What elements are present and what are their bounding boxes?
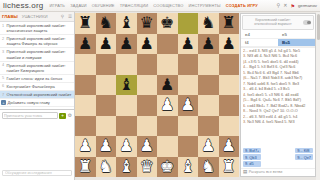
black-knight: ♞ — [198, 13, 219, 34]
variation-move-number: 3. — [243, 54, 246, 58]
move-row: e4e5 — [241, 31, 315, 39]
variation-line[interactable]: 3. Nc3 Nf6 4. fxe5 Nxe4 5. Nf3 — [243, 120, 313, 126]
square-f8[interactable] — [178, 13, 199, 34]
square-a8[interactable]: ♜ — [75, 13, 96, 34]
square-g4[interactable] — [198, 95, 219, 116]
square-d1[interactable]: ♛ — [137, 157, 158, 178]
list-icon: ▤ — [243, 170, 247, 175]
white-queen: ♛ — [137, 157, 158, 178]
nav-link-1[interactable]: Задачи — [70, 3, 87, 8]
square-b8[interactable]: ♞ — [96, 13, 117, 34]
chapter-list: 1Принятый королевский гамбит: классическ… — [0, 22, 74, 99]
variation-move-number: 7. — [243, 82, 246, 86]
chess-board[interactable]: ♜♞♝♛♚♞♜♟♟♟♟♟♟♟♝♟♟♟♟♟♟♟♟♟♜♞♝♛♚♝♞♜ — [75, 13, 239, 177]
chapter-title: Принятый королевский гамбит: классическа… — [7, 23, 73, 33]
square-b1[interactable]: ♞ — [96, 157, 117, 178]
move-white-1[interactable]: e4 — [241, 31, 278, 38]
black-pawn: ♟ — [137, 34, 158, 55]
variation-chip[interactable]: 9... Kf8 — [295, 148, 313, 154]
sidebar-tab-bar: Главы Участники ⚲ ☰ — [0, 12, 74, 22]
chapter-title: Контргамбит Фалькбеера — [7, 84, 55, 89]
white-king: ♚ — [157, 157, 178, 178]
toggle-knob — [307, 21, 311, 25]
square-f2[interactable] — [178, 136, 199, 157]
move-list: e4e5f4Bc5 — [241, 31, 315, 48]
scrollbar-thumb[interactable] — [317, 14, 320, 40]
white-pawn: ♟ — [198, 136, 219, 157]
black-queen: ♛ — [137, 13, 158, 34]
chapter-number: 2 — [1, 36, 5, 41]
variation-move-number: 5. — [243, 71, 246, 75]
chapter-row[interactable]: 7Отклонённый королевский гамбит — [0, 91, 74, 99]
add-chapter-label: Добавить новую главу — [8, 100, 50, 105]
black-rook: ♜ — [219, 13, 240, 34]
square-h7[interactable]: ♟ — [219, 34, 240, 55]
square-d7[interactable]: ♟ — [137, 34, 158, 55]
square-h6[interactable] — [219, 54, 240, 75]
variation-move-number: (6... — [243, 76, 250, 80]
invite-row: + ⚙ — [0, 110, 74, 121]
black-rook: ♜ — [75, 13, 96, 34]
search-icon[interactable]: ⚲ — [277, 3, 281, 8]
variation-move-number: (5... — [243, 98, 250, 102]
black-pawn: ♟ — [116, 34, 137, 55]
black-pawn: ♟ — [178, 34, 199, 55]
square-a5[interactable] — [75, 75, 96, 96]
square-g8[interactable]: ♞ — [198, 13, 219, 34]
chat-panel: + ⚙ — [0, 109, 74, 180]
chapter-row[interactable]: 3Принятый королевский гамбит: ошибки и л… — [0, 48, 74, 61]
square-b3[interactable] — [96, 116, 117, 137]
lichess-logo[interactable]: lichess.org — [3, 1, 43, 10]
square-d5[interactable] — [137, 75, 158, 96]
nav-link-2[interactable]: Обучение — [92, 3, 115, 8]
white-bishop: ♝ — [116, 157, 137, 178]
white-knight: ♞ — [198, 157, 219, 178]
square-c4[interactable] — [116, 95, 137, 116]
chapter-number: 3 — [1, 49, 5, 54]
black-pawn: ♟ — [96, 34, 117, 55]
square-g6[interactable] — [198, 54, 219, 75]
square-h5[interactable] — [219, 75, 240, 96]
square-g5[interactable] — [198, 75, 219, 96]
white-rook: ♜ — [219, 157, 240, 178]
square-e5[interactable]: ♟ — [157, 75, 178, 96]
square-f6[interactable] — [178, 54, 199, 75]
white-bishop: ♝ — [178, 157, 199, 178]
chapter-title: Принятый королевский гамбит: ошибки и ло… — [7, 49, 73, 59]
white-knight: ♞ — [96, 157, 117, 178]
square-a6[interactable] — [75, 54, 96, 75]
sidebar-search-icon[interactable]: ⚲ — [61, 14, 64, 19]
chat-message-input[interactable] — [2, 170, 72, 176]
page-scrollbar[interactable] — [316, 12, 320, 180]
variation-tree: 2... exf4 3. Nf3 g5 4. h4 g4 5. Ne53. Nf… — [241, 48, 315, 148]
chapter-row[interactable]: 6Контргамбит Фалькбеера — [0, 83, 74, 91]
opening-line-2: отклонённый вариант — [245, 22, 301, 27]
square-b2[interactable]: ♟ — [96, 136, 117, 157]
square-d4[interactable] — [137, 95, 158, 116]
square-d2[interactable]: ♟ — [137, 136, 158, 157]
variation-move-number: 8... — [243, 109, 248, 113]
square-d3[interactable] — [137, 116, 158, 137]
square-d6[interactable] — [137, 54, 158, 75]
black-pawn: ♟ — [157, 75, 178, 96]
square-e8[interactable]: ♚ — [157, 13, 178, 34]
square-h1[interactable]: ♜ — [219, 157, 240, 178]
square-g2[interactable]: ♟ — [198, 136, 219, 157]
variation-move-number: (4. — [243, 60, 247, 64]
main-nav: ИгратьЗадачиОбучениеТрансляцииСообщество… — [49, 3, 276, 8]
square-b6[interactable] — [96, 54, 117, 75]
black-bishop: ♝ — [116, 75, 137, 96]
square-a2[interactable]: ♟ — [75, 136, 96, 157]
top-nav: lichess.org ИгратьЗадачиОбучениеТрансляц… — [0, 0, 320, 12]
tab-members[interactable]: Участники — [22, 14, 48, 19]
square-a4[interactable] — [75, 95, 96, 116]
chat-input-row — [0, 159, 74, 180]
square-h3[interactable] — [219, 116, 240, 137]
tab-chapters[interactable]: Главы — [2, 14, 18, 19]
square-e1[interactable]: ♚ — [157, 157, 178, 178]
square-f7[interactable]: ♟ — [178, 34, 199, 55]
square-a7[interactable]: ♟ — [75, 34, 96, 55]
chapter-row[interactable]: 1Принятый королевский гамбит: классическ… — [0, 22, 74, 35]
move-black-1[interactable]: e5 — [278, 31, 315, 38]
square-f1[interactable]: ♝ — [178, 157, 199, 178]
variation-chip[interactable]: 9... Qe7 — [295, 154, 313, 160]
square-e2[interactable] — [157, 136, 178, 157]
nav-link-5[interactable]: Инструменты — [188, 3, 220, 8]
square-g3[interactable] — [198, 116, 219, 137]
chapter-number: 4 — [1, 63, 5, 68]
chapter-number: 7 — [1, 92, 5, 97]
square-f5[interactable] — [178, 75, 199, 96]
chapter-title: Принятый королевский гамбит: гамбит Кизе… — [7, 63, 73, 73]
square-e6[interactable] — [157, 54, 178, 75]
black-knight: ♞ — [96, 13, 117, 34]
chapter-row[interactable]: 5Гамбит слона: идеи за белых — [0, 75, 74, 83]
square-c2[interactable]: ♟ — [116, 136, 137, 157]
challenge-notification-icon[interactable]: ⚑ — [290, 3, 294, 9]
username[interactable]: germanov — [298, 3, 317, 8]
variation-chip[interactable]: 9. Qb3 — [243, 154, 261, 160]
chips-left: 9. Bxf7+9. Qb39. d5 — [243, 148, 261, 167]
square-c7[interactable]: ♟ — [116, 34, 137, 55]
square-c3[interactable] — [116, 116, 137, 137]
chapter-title: Отклонённый королевский гамбит — [7, 92, 72, 97]
invite-submit-button[interactable]: + — [59, 113, 66, 119]
black-bishop: ♝ — [116, 13, 137, 34]
black-pawn: ♟ — [75, 34, 96, 55]
black-pawn: ♟ — [219, 34, 240, 55]
add-chapter-button[interactable]: + Добавить новую главу — [0, 99, 74, 107]
move-black-2[interactable]: Bc5 — [278, 39, 315, 46]
square-g7[interactable]: ♟ — [198, 34, 219, 55]
white-pawn: ♟ — [137, 136, 158, 157]
opening-engine-box: Королевский гамбит: отклонённый вариант — [242, 15, 314, 30]
white-pawn: ♟ — [75, 136, 96, 157]
square-e4[interactable]: ♟ — [157, 95, 178, 116]
white-pawn: ♟ — [178, 95, 199, 116]
gear-icon[interactable]: ⚙ — [68, 113, 72, 118]
variation-chip[interactable]: 9. d5 — [243, 161, 261, 167]
variation-move-number: 4. — [243, 93, 246, 97]
square-h4[interactable] — [219, 95, 240, 116]
invite-member-input[interactable] — [2, 112, 58, 119]
chapter-number: 1 — [1, 23, 5, 28]
square-c1[interactable]: ♝ — [116, 157, 137, 178]
chips-right: 9... Kf89... Qe7 — [295, 148, 313, 167]
square-c8[interactable]: ♝ — [116, 13, 137, 34]
chapter-row[interactable]: 4Принятый королевский гамбит: гамбит Киз… — [0, 62, 74, 75]
nav-link-4[interactable]: Сообщество — [153, 3, 183, 8]
variation-move-number: 2... — [243, 49, 248, 53]
square-c5[interactable]: ♝ — [116, 75, 137, 96]
variation-move-number: 3... — [243, 87, 248, 91]
variation-move-number: 6. — [243, 104, 246, 108]
variation-move-number: 4... — [243, 65, 248, 69]
white-pawn: ♟ — [157, 95, 178, 116]
square-e3[interactable] — [157, 116, 178, 137]
chapter-title: Гамбит слона: идеи за белых — [7, 76, 63, 81]
black-pawn: ♟ — [198, 34, 219, 55]
nav-link-0[interactable]: Играть — [49, 3, 65, 8]
square-b4[interactable] — [96, 95, 117, 116]
top-right-controls: ⚲ ✕ ⚑ germanov — [277, 3, 317, 9]
white-pawn: ♟ — [116, 136, 137, 157]
square-d8[interactable]: ♛ — [137, 13, 158, 34]
square-e7[interactable] — [157, 34, 178, 55]
analysis-panel: Королевский гамбит: отклонённый вариант … — [240, 13, 316, 177]
white-rook: ♜ — [75, 157, 96, 178]
black-king: ♚ — [157, 13, 178, 34]
move-row: f4Bc5 — [241, 39, 315, 47]
white-pawn: ♟ — [96, 136, 117, 157]
square-f3[interactable] — [178, 116, 199, 137]
sidebar-menu-icon[interactable]: ☰ — [68, 14, 72, 19]
square-b5[interactable] — [96, 75, 117, 96]
square-g1[interactable]: ♞ — [198, 157, 219, 178]
square-a1[interactable]: ♜ — [75, 157, 96, 178]
nav-link-3[interactable]: Трансляции — [120, 3, 149, 8]
panel-footer-label: Раскрыть все ветви — [249, 170, 283, 174]
plus-icon: + — [1, 100, 6, 105]
chapter-title: Принятый королевский гамбит: защита Фише… — [7, 36, 73, 46]
chat-messages-area — [0, 121, 74, 159]
panel-footer[interactable]: ▤ Раскрыть все ветви — [241, 168, 315, 177]
study-sidebar: Главы Участники ⚲ ☰ 1Принятый королевски… — [0, 12, 75, 180]
square-b7[interactable]: ♟ — [96, 34, 117, 55]
close-icon[interactable]: ✕ — [283, 3, 287, 8]
square-f4[interactable]: ♟ — [178, 95, 199, 116]
chapter-number: 6 — [1, 84, 5, 89]
variation-chips: 9. Bxf7+9. Qb39. d5 9... Kf89... Qe7 — [241, 148, 315, 168]
opening-name: Королевский гамбит: отклонённый вариант — [245, 18, 301, 28]
move-white-2[interactable]: f4 — [241, 39, 278, 46]
white-pawn: ♟ — [219, 136, 240, 157]
chapter-number: 5 — [1, 76, 5, 81]
variation-chip[interactable]: 9. Bxf7+ — [243, 148, 261, 154]
square-h8[interactable]: ♜ — [219, 13, 240, 34]
chapter-row[interactable]: 2Принятый королевский гамбит: защита Фиш… — [0, 35, 74, 48]
square-a3[interactable] — [75, 116, 96, 137]
nav-link-6[interactable]: Создать игру — [226, 3, 258, 8]
variation-move-number: 2... — [243, 115, 248, 119]
square-h2[interactable]: ♟ — [219, 136, 240, 157]
variation-move-number: 3. — [243, 120, 246, 124]
engine-toggle[interactable] — [303, 20, 311, 25]
square-c6[interactable] — [116, 54, 137, 75]
